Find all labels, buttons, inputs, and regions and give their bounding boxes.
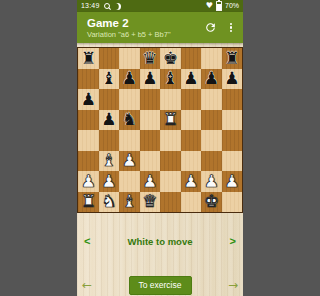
status-bar: 13:49 ♥ 70% bbox=[77, 0, 243, 12]
white-bishop: ♝ bbox=[122, 193, 137, 210]
square-b4[interactable] bbox=[99, 130, 120, 151]
square-f6[interactable] bbox=[181, 89, 202, 110]
square-e6[interactable] bbox=[160, 89, 181, 110]
square-h2[interactable]: ♟ bbox=[222, 171, 243, 192]
white-rook: ♜ bbox=[81, 193, 96, 210]
square-c5[interactable]: ♞ bbox=[119, 110, 140, 131]
white-pawn: ♟ bbox=[81, 172, 96, 189]
square-f5[interactable] bbox=[181, 110, 202, 131]
square-d6[interactable] bbox=[140, 89, 161, 110]
square-a5[interactable] bbox=[78, 110, 99, 131]
exercise-row: ← To exercise → bbox=[77, 274, 243, 295]
square-a2[interactable]: ♟ bbox=[78, 171, 99, 192]
square-e3[interactable] bbox=[160, 151, 181, 172]
arrow-right-icon[interactable]: → bbox=[228, 278, 238, 292]
black-pawn: ♟ bbox=[204, 70, 219, 87]
square-f1[interactable] bbox=[181, 192, 202, 213]
black-pawn: ♟ bbox=[142, 70, 157, 87]
square-g7[interactable]: ♟ bbox=[201, 69, 222, 90]
page-subtitle: Variation "a6 + b5 + Bb7" bbox=[87, 30, 204, 39]
square-e8[interactable]: ♚ bbox=[160, 48, 181, 69]
square-f8[interactable] bbox=[181, 48, 202, 69]
white-pawn: ♟ bbox=[101, 172, 116, 189]
white-queen: ♛ bbox=[142, 193, 157, 210]
square-g2[interactable]: ♟ bbox=[201, 171, 222, 192]
square-d4[interactable] bbox=[140, 130, 161, 151]
status-bar-left: 13:49 bbox=[81, 0, 121, 12]
app-bar-titles: Game 2 Variation "a6 + b5 + Bb7" bbox=[87, 17, 204, 39]
refresh-button[interactable] bbox=[204, 21, 218, 35]
square-g3[interactable] bbox=[201, 151, 222, 172]
white-pawn: ♟ bbox=[142, 172, 157, 189]
black-pawn: ♟ bbox=[101, 111, 116, 128]
square-g8[interactable] bbox=[201, 48, 222, 69]
black-queen: ♛ bbox=[142, 49, 157, 66]
square-d8[interactable]: ♛ bbox=[140, 48, 161, 69]
search-icon bbox=[104, 3, 110, 9]
heart-icon: ♥ bbox=[206, 2, 213, 10]
square-a7[interactable] bbox=[78, 69, 99, 90]
to-exercise-button[interactable]: To exercise bbox=[129, 276, 192, 295]
square-c1[interactable]: ♝ bbox=[119, 192, 140, 213]
square-b8[interactable] bbox=[99, 48, 120, 69]
square-c4[interactable] bbox=[119, 130, 140, 151]
square-a8[interactable]: ♜ bbox=[78, 48, 99, 69]
white-pawn: ♟ bbox=[224, 172, 239, 189]
square-c7[interactable]: ♟ bbox=[119, 69, 140, 90]
chess-board[interactable]: ♜♛♚♜♝♟♟♝♟♟♟♟♟♞♜♝♟♟♟♟♟♟♟♜♞♝♛♚ bbox=[77, 47, 243, 213]
square-h5[interactable] bbox=[222, 110, 243, 131]
moon-icon bbox=[114, 3, 121, 10]
square-d5[interactable] bbox=[140, 110, 161, 131]
square-b5[interactable]: ♟ bbox=[99, 110, 120, 131]
square-b6[interactable] bbox=[99, 89, 120, 110]
app-screen: 13:49 ♥ 70% Game 2 Variation "a6 + b5 + … bbox=[77, 0, 243, 296]
exercise-button-wrap: To exercise bbox=[92, 274, 228, 295]
square-a4[interactable] bbox=[78, 130, 99, 151]
square-f3[interactable] bbox=[181, 151, 202, 172]
square-f7[interactable]: ♟ bbox=[181, 69, 202, 90]
square-c3[interactable]: ♟ bbox=[119, 151, 140, 172]
square-d7[interactable]: ♟ bbox=[140, 69, 161, 90]
square-e5[interactable]: ♜ bbox=[160, 110, 181, 131]
status-bar-right: ♥ 70% bbox=[206, 0, 239, 12]
chevron-right-icon[interactable]: > bbox=[230, 235, 236, 248]
white-pawn: ♟ bbox=[204, 172, 219, 189]
overflow-menu-button[interactable] bbox=[227, 21, 235, 35]
black-rook: ♜ bbox=[81, 49, 96, 66]
app-bar: Game 2 Variation "a6 + b5 + Bb7" bbox=[77, 12, 243, 43]
square-h8[interactable]: ♜ bbox=[222, 48, 243, 69]
square-e1[interactable] bbox=[160, 192, 181, 213]
white-king: ♚ bbox=[204, 193, 219, 210]
black-pawn: ♟ bbox=[224, 70, 239, 87]
square-a3[interactable] bbox=[78, 151, 99, 172]
black-pawn: ♟ bbox=[81, 90, 96, 107]
square-c6[interactable] bbox=[119, 89, 140, 110]
square-c2[interactable] bbox=[119, 171, 140, 192]
black-knight: ♞ bbox=[122, 111, 137, 128]
clock-time: 13:49 bbox=[81, 0, 100, 12]
black-pawn: ♟ bbox=[122, 70, 137, 87]
square-a6[interactable]: ♟ bbox=[78, 89, 99, 110]
square-g4[interactable] bbox=[201, 130, 222, 151]
square-e2[interactable] bbox=[160, 171, 181, 192]
white-rook: ♜ bbox=[163, 111, 178, 128]
square-f2[interactable]: ♟ bbox=[181, 171, 202, 192]
black-king: ♚ bbox=[163, 49, 178, 66]
move-nav-row: < White to move > bbox=[77, 235, 243, 248]
square-e7[interactable]: ♝ bbox=[160, 69, 181, 90]
refresh-icon bbox=[204, 21, 217, 34]
turn-indicator: White to move bbox=[90, 236, 229, 247]
square-d2[interactable]: ♟ bbox=[140, 171, 161, 192]
black-bishop: ♝ bbox=[163, 70, 178, 87]
page-title: Game 2 bbox=[87, 17, 204, 30]
square-f4[interactable] bbox=[181, 130, 202, 151]
white-bishop: ♝ bbox=[101, 152, 116, 169]
square-b3[interactable]: ♝ bbox=[99, 151, 120, 172]
square-b7[interactable]: ♝ bbox=[99, 69, 120, 90]
battery-icon bbox=[216, 1, 222, 11]
square-b1[interactable]: ♞ bbox=[99, 192, 120, 213]
black-pawn: ♟ bbox=[183, 70, 198, 87]
white-pawn: ♟ bbox=[183, 172, 198, 189]
square-b2[interactable]: ♟ bbox=[99, 171, 120, 192]
square-a1[interactable]: ♜ bbox=[78, 192, 99, 213]
battery-percent: 70% bbox=[225, 0, 239, 12]
square-e4[interactable] bbox=[160, 130, 181, 151]
black-rook: ♜ bbox=[224, 49, 239, 66]
arrow-left-icon[interactable]: ← bbox=[82, 278, 92, 292]
square-g1[interactable]: ♚ bbox=[201, 192, 222, 213]
square-d3[interactable] bbox=[140, 151, 161, 172]
square-h3[interactable] bbox=[222, 151, 243, 172]
square-h6[interactable] bbox=[222, 89, 243, 110]
square-h4[interactable] bbox=[222, 130, 243, 151]
square-g6[interactable] bbox=[201, 89, 222, 110]
white-knight: ♞ bbox=[101, 193, 116, 210]
square-g5[interactable] bbox=[201, 110, 222, 131]
black-bishop: ♝ bbox=[101, 70, 116, 87]
square-d1[interactable]: ♛ bbox=[140, 192, 161, 213]
square-h7[interactable]: ♟ bbox=[222, 69, 243, 90]
square-c8[interactable] bbox=[119, 48, 140, 69]
white-pawn: ♟ bbox=[122, 152, 137, 169]
app-bar-actions bbox=[204, 21, 237, 35]
square-h1[interactable] bbox=[222, 192, 243, 213]
